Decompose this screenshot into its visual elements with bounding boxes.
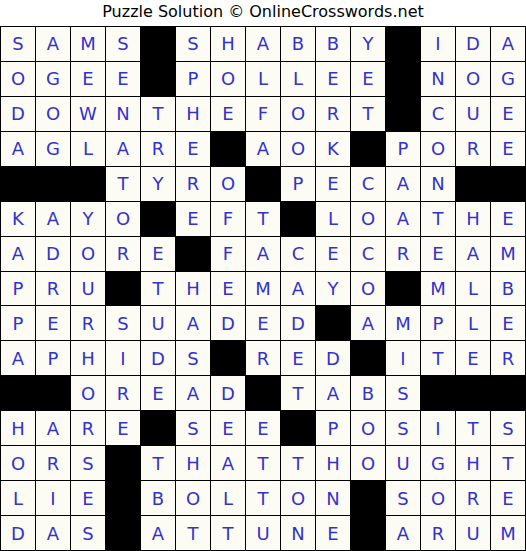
letter-cell: D xyxy=(281,306,315,340)
letter-cell: O xyxy=(71,237,105,271)
letter-cell: O xyxy=(351,202,385,236)
letter-cell: A xyxy=(246,237,280,271)
letter-cell: O xyxy=(281,132,315,166)
letter-cell: A xyxy=(316,376,350,410)
letter-cell: B xyxy=(316,27,350,61)
letter-cell: O xyxy=(71,376,105,410)
letter-cell: I xyxy=(421,411,455,445)
letter-cell: L xyxy=(281,62,315,96)
letter-cell: O xyxy=(351,446,385,480)
letter-cell: T xyxy=(246,202,280,236)
letter-cell: T xyxy=(421,341,455,375)
black-cell xyxy=(491,376,525,410)
black-cell xyxy=(386,27,420,61)
letter-cell: E xyxy=(246,306,280,340)
letter-cell: E xyxy=(456,341,490,375)
letter-cell: S xyxy=(386,411,420,445)
letter-cell: U xyxy=(386,446,420,480)
letter-cell: C xyxy=(421,97,455,131)
letter-cell: L xyxy=(456,272,490,306)
letter-cell: A xyxy=(386,516,420,550)
black-cell xyxy=(386,62,420,96)
letter-cell: P xyxy=(1,306,35,340)
letter-cell: E xyxy=(491,306,525,340)
black-cell xyxy=(246,376,280,410)
letter-cell: O xyxy=(351,411,385,445)
letter-cell: U xyxy=(456,97,490,131)
letter-cell: O xyxy=(211,62,245,96)
letter-cell: T xyxy=(176,516,210,550)
black-cell xyxy=(351,481,385,515)
letter-cell: A xyxy=(386,202,420,236)
letter-cell: O xyxy=(36,97,70,131)
letter-cell: T xyxy=(421,202,455,236)
letter-cell: L xyxy=(71,132,105,166)
puzzle-title: Puzzle Solution © OnlineCrosswords.net xyxy=(0,0,526,26)
letter-cell: R xyxy=(246,341,280,375)
letter-cell: C xyxy=(351,167,385,201)
letter-cell: S xyxy=(176,27,210,61)
letter-cell: R xyxy=(71,411,105,445)
letter-cell: E xyxy=(141,237,175,271)
letter-cell: H xyxy=(176,272,210,306)
letter-cell: L xyxy=(211,481,245,515)
letter-cell: H xyxy=(456,202,490,236)
letter-cell: P xyxy=(36,341,70,375)
letter-cell: H xyxy=(211,27,245,61)
letter-cell: O xyxy=(281,97,315,131)
letter-cell: T xyxy=(141,272,175,306)
black-cell xyxy=(36,376,70,410)
letter-cell: O xyxy=(421,481,455,515)
letter-cell: P xyxy=(386,132,420,166)
letter-cell: A xyxy=(176,306,210,340)
letter-cell: E xyxy=(316,62,350,96)
black-cell xyxy=(316,306,350,340)
letter-cell: O xyxy=(281,481,315,515)
letter-cell: N xyxy=(106,97,140,131)
letter-cell: T xyxy=(246,481,280,515)
black-cell xyxy=(281,202,315,236)
black-cell xyxy=(351,516,385,550)
letter-cell: E xyxy=(316,237,350,271)
letter-cell: D xyxy=(211,376,245,410)
black-cell xyxy=(211,341,245,375)
letter-cell: E xyxy=(106,62,140,96)
black-cell xyxy=(351,341,385,375)
letter-cell: E xyxy=(71,481,105,515)
crossword-grid: SAMSSHABBYIDAOGEEPOLLEENOGDOWNTHEFORTCUE… xyxy=(0,26,526,551)
letter-cell: T xyxy=(141,97,175,131)
letter-cell: B xyxy=(281,27,315,61)
letter-cell: N xyxy=(421,167,455,201)
letter-cell: S xyxy=(106,306,140,340)
letter-cell: N xyxy=(316,481,350,515)
letter-cell: R xyxy=(456,481,490,515)
letter-cell: E xyxy=(491,132,525,166)
letter-cell: D xyxy=(1,97,35,131)
letter-cell: T xyxy=(491,446,525,480)
letter-cell: A xyxy=(36,411,70,445)
letter-cell: R xyxy=(141,132,175,166)
letter-cell: E xyxy=(316,167,350,201)
letter-cell: K xyxy=(1,202,35,236)
letter-cell: P xyxy=(281,167,315,201)
letter-cell: E xyxy=(211,97,245,131)
letter-cell: R xyxy=(491,341,525,375)
black-cell xyxy=(106,516,140,550)
letter-cell: E xyxy=(211,411,245,445)
black-cell xyxy=(281,411,315,445)
letter-cell: R xyxy=(36,272,70,306)
letter-cell: R xyxy=(106,237,140,271)
letter-cell: C xyxy=(281,237,315,271)
letter-cell: F xyxy=(211,237,245,271)
letter-cell: O xyxy=(1,446,35,480)
letter-cell: F xyxy=(211,202,245,236)
letter-cell: F xyxy=(246,97,280,131)
black-cell xyxy=(141,27,175,61)
letter-cell: A xyxy=(141,516,175,550)
letter-cell: T xyxy=(141,446,175,480)
letter-cell: E xyxy=(491,97,525,131)
letter-cell: E xyxy=(71,62,105,96)
letter-cell: I xyxy=(36,481,70,515)
letter-cell: E xyxy=(246,411,280,445)
letter-cell: S xyxy=(176,341,210,375)
black-cell xyxy=(386,97,420,131)
letter-cell: E xyxy=(351,62,385,96)
letter-cell: A xyxy=(246,27,280,61)
letter-cell: M xyxy=(246,272,280,306)
letter-cell: D xyxy=(456,27,490,61)
letter-cell: T xyxy=(106,167,140,201)
black-cell xyxy=(211,132,245,166)
letter-cell: W xyxy=(71,97,105,131)
black-cell xyxy=(176,237,210,271)
letter-cell: M xyxy=(491,516,525,550)
letter-cell: E xyxy=(36,306,70,340)
letter-cell: R xyxy=(456,132,490,166)
letter-cell: R xyxy=(386,237,420,271)
letter-cell: T xyxy=(281,376,315,410)
letter-cell: A xyxy=(36,516,70,550)
letter-cell: L xyxy=(246,62,280,96)
letter-cell: A xyxy=(281,272,315,306)
letter-cell: S xyxy=(176,411,210,445)
letter-cell: B xyxy=(491,272,525,306)
letter-cell: A xyxy=(1,341,35,375)
letter-cell: G xyxy=(36,132,70,166)
letter-cell: P xyxy=(421,306,455,340)
letter-cell: S xyxy=(491,411,525,445)
letter-cell: S xyxy=(106,27,140,61)
letter-cell: R xyxy=(71,306,105,340)
letter-cell: P xyxy=(1,272,35,306)
letter-cell: Y xyxy=(351,27,385,61)
letter-cell: R xyxy=(316,97,350,131)
letter-cell: H xyxy=(456,446,490,480)
letter-cell: T xyxy=(456,411,490,445)
letter-cell: S xyxy=(386,376,420,410)
letter-cell: Y xyxy=(71,202,105,236)
letter-cell: B xyxy=(141,481,175,515)
letter-cell: E xyxy=(316,516,350,550)
black-cell xyxy=(141,62,175,96)
black-cell xyxy=(246,167,280,201)
letter-cell: A xyxy=(246,132,280,166)
letter-cell: E xyxy=(106,411,140,445)
letter-cell: S xyxy=(71,446,105,480)
letter-cell: T xyxy=(281,446,315,480)
letter-cell: U xyxy=(246,516,280,550)
black-cell xyxy=(386,272,420,306)
letter-cell: E xyxy=(281,341,315,375)
letter-cell: E xyxy=(491,202,525,236)
letter-cell: O xyxy=(211,167,245,201)
letter-cell: I xyxy=(421,27,455,61)
letter-cell: E xyxy=(176,132,210,166)
letter-cell: O xyxy=(351,272,385,306)
letter-cell: D xyxy=(36,237,70,271)
letter-cell: O xyxy=(421,132,455,166)
black-cell xyxy=(36,167,70,201)
black-cell xyxy=(491,167,525,201)
black-cell xyxy=(456,376,490,410)
letter-cell: I xyxy=(386,341,420,375)
letter-cell: A xyxy=(351,306,385,340)
letter-cell: P xyxy=(176,62,210,96)
letter-cell: T xyxy=(211,516,245,550)
black-cell xyxy=(106,481,140,515)
letter-cell: M xyxy=(421,272,455,306)
letter-cell: H xyxy=(1,411,35,445)
letter-cell: H xyxy=(176,97,210,131)
letter-cell: E xyxy=(491,481,525,515)
letter-cell: A xyxy=(456,237,490,271)
letter-cell: O xyxy=(106,202,140,236)
letter-cell: G xyxy=(36,62,70,96)
letter-cell: E xyxy=(176,202,210,236)
letter-cell: U xyxy=(456,516,490,550)
letter-cell: M xyxy=(386,306,420,340)
black-cell xyxy=(1,167,35,201)
letter-cell: A xyxy=(386,167,420,201)
black-cell xyxy=(1,376,35,410)
letter-cell: P xyxy=(316,411,350,445)
letter-cell: H xyxy=(71,341,105,375)
letter-cell: E xyxy=(421,237,455,271)
letter-cell: L xyxy=(456,306,490,340)
letter-cell: S xyxy=(71,516,105,550)
letter-cell: D xyxy=(141,341,175,375)
letter-cell: S xyxy=(1,27,35,61)
letter-cell: R xyxy=(106,376,140,410)
letter-cell: E xyxy=(211,272,245,306)
letter-cell: G xyxy=(491,62,525,96)
black-cell xyxy=(141,202,175,236)
letter-cell: A xyxy=(211,446,245,480)
letter-cell: R xyxy=(421,516,455,550)
letter-cell: A xyxy=(36,27,70,61)
letter-cell: Y xyxy=(316,272,350,306)
letter-cell: T xyxy=(246,446,280,480)
letter-cell: K xyxy=(316,132,350,166)
letter-cell: E xyxy=(141,376,175,410)
letter-cell: O xyxy=(1,62,35,96)
letter-cell: N xyxy=(421,62,455,96)
letter-cell: D xyxy=(211,306,245,340)
letter-cell: H xyxy=(176,446,210,480)
letter-cell: B xyxy=(351,376,385,410)
letter-cell: R xyxy=(176,167,210,201)
letter-cell: H xyxy=(316,446,350,480)
black-cell xyxy=(421,376,455,410)
letter-cell: R xyxy=(36,446,70,480)
black-cell xyxy=(106,446,140,480)
letter-cell: U xyxy=(71,272,105,306)
letter-cell: D xyxy=(1,516,35,550)
letter-cell: O xyxy=(176,481,210,515)
letter-cell: I xyxy=(106,341,140,375)
puzzle-solution-page: Puzzle Solution © OnlineCrosswords.net S… xyxy=(0,0,526,551)
letter-cell: D xyxy=(316,341,350,375)
letter-cell: L xyxy=(1,481,35,515)
black-cell xyxy=(71,167,105,201)
black-cell xyxy=(106,272,140,306)
black-cell xyxy=(141,411,175,445)
letter-cell: M xyxy=(491,237,525,271)
letter-cell: M xyxy=(71,27,105,61)
letter-cell: S xyxy=(386,481,420,515)
letter-cell: A xyxy=(491,27,525,61)
letter-cell: L xyxy=(316,202,350,236)
black-cell xyxy=(456,167,490,201)
letter-cell: G xyxy=(421,446,455,480)
black-cell xyxy=(351,132,385,166)
letter-cell: A xyxy=(36,202,70,236)
letter-cell: A xyxy=(1,132,35,166)
letter-cell: N xyxy=(281,516,315,550)
letter-cell: C xyxy=(351,237,385,271)
letter-cell: A xyxy=(176,376,210,410)
letter-cell: Y xyxy=(141,167,175,201)
letter-cell: U xyxy=(141,306,175,340)
letter-cell: A xyxy=(1,237,35,271)
letter-cell: A xyxy=(106,132,140,166)
letter-cell: T xyxy=(351,97,385,131)
letter-cell: O xyxy=(456,62,490,96)
